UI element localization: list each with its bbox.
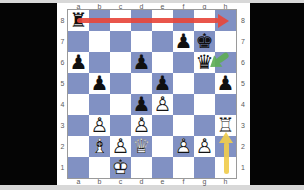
file-label-d: d: [131, 178, 152, 185]
piece-black-pawn-d4[interactable]: ♟: [131, 94, 152, 115]
rank-label-1: 1: [61, 164, 65, 171]
piece-black-pawn-b5[interactable]: ♟: [89, 73, 110, 94]
square-g2[interactable]: ♟♙: [194, 136, 215, 157]
square-d7[interactable]: [131, 31, 152, 52]
square-h1[interactable]: [215, 157, 236, 178]
piece-white-bishop-b2[interactable]: ♝♗: [89, 136, 110, 157]
square-d5[interactable]: [131, 73, 152, 94]
square-e6[interactable]: [152, 52, 173, 73]
file-label-b: b: [89, 178, 110, 185]
square-c5[interactable]: [110, 73, 131, 94]
piece-black-pawn-f7[interactable]: ♟: [173, 31, 194, 52]
piece-outline: ♙: [173, 136, 194, 157]
square-e5[interactable]: ♟: [152, 73, 173, 94]
square-c6[interactable]: [110, 52, 131, 73]
rank-label-6: 6: [61, 59, 65, 66]
file-label-d: d: [131, 3, 152, 10]
piece-white-queen-d2[interactable]: ♛♕: [131, 136, 152, 157]
square-a2[interactable]: [68, 136, 89, 157]
piece-outline: ♗: [89, 136, 110, 157]
square-c2[interactable]: ♟♙: [110, 136, 131, 157]
piece-white-pawn-e4[interactable]: ♟♙: [152, 94, 173, 115]
piece-black-rook-a8[interactable]: ♜: [68, 10, 89, 31]
rank-labels-right: 87654321: [236, 10, 250, 178]
square-b8[interactable]: [89, 10, 110, 31]
square-a8[interactable]: ♜: [68, 10, 89, 31]
square-a6[interactable]: ♟: [68, 52, 89, 73]
piece-outline: ♙: [89, 115, 110, 136]
square-e2[interactable]: [152, 136, 173, 157]
square-g5[interactable]: [194, 73, 215, 94]
square-f6[interactable]: [173, 52, 194, 73]
square-g8[interactable]: [194, 10, 215, 31]
file-label-g: g: [194, 178, 215, 185]
square-d8[interactable]: [131, 10, 152, 31]
board-panel: abcdefgh 87654321 ♜♟♚♟♟♛♟♟♟♟♟♙♟♙♟♙♜♖♝♗♟♙…: [57, 3, 250, 185]
square-c1[interactable]: ♚♔: [110, 157, 131, 178]
square-b7[interactable]: [89, 31, 110, 52]
square-f1[interactable]: [173, 157, 194, 178]
chess-board: ♜♟♚♟♟♛♟♟♟♟♟♙♟♙♟♙♜♖♝♗♟♙♛♕♟♙♟♙♚♔: [68, 10, 236, 178]
rank-label-8: 8: [61, 17, 65, 24]
piece-black-pawn-d6[interactable]: ♟: [131, 52, 152, 73]
rank-label-3: 3: [61, 122, 65, 129]
square-h5[interactable]: ♟: [215, 73, 236, 94]
square-f3[interactable]: [173, 115, 194, 136]
file-label-g: g: [194, 3, 215, 10]
rank-label-4: 4: [61, 101, 65, 108]
square-h7[interactable]: [215, 31, 236, 52]
rank-label-1: 1: [241, 164, 245, 171]
rank-label-2: 2: [61, 143, 65, 150]
file-label-h: h: [215, 178, 236, 185]
piece-white-pawn-g2[interactable]: ♟♙: [194, 136, 215, 157]
rank-label-2: 2: [241, 143, 245, 150]
square-c3[interactable]: [110, 115, 131, 136]
square-h6[interactable]: [215, 52, 236, 73]
square-g6[interactable]: ♛: [194, 52, 215, 73]
square-c7[interactable]: [110, 31, 131, 52]
square-b5[interactable]: ♟: [89, 73, 110, 94]
square-h4[interactable]: [215, 94, 236, 115]
square-d6[interactable]: ♟: [131, 52, 152, 73]
file-label-e: e: [152, 3, 173, 10]
square-a5[interactable]: [68, 73, 89, 94]
square-a7[interactable]: [68, 31, 89, 52]
square-f8[interactable]: [173, 10, 194, 31]
square-d2[interactable]: ♛♕: [131, 136, 152, 157]
file-label-f: f: [173, 3, 194, 10]
square-d1[interactable]: [131, 157, 152, 178]
square-d3[interactable]: ♟♙: [131, 115, 152, 136]
file-label-b: b: [89, 3, 110, 10]
piece-outline: ♙: [110, 136, 131, 157]
square-g7[interactable]: ♚: [194, 31, 215, 52]
square-f2[interactable]: ♟♙: [173, 136, 194, 157]
video-frame: { "game": "chess", "scene": "chess diagr…: [0, 0, 304, 190]
file-label-f: f: [173, 178, 194, 185]
rank-label-6: 6: [241, 59, 245, 66]
piece-black-pawn-a6[interactable]: ♟: [68, 52, 89, 73]
square-f4[interactable]: [173, 94, 194, 115]
square-b6[interactable]: [89, 52, 110, 73]
rank-label-7: 7: [241, 38, 245, 45]
rank-label-5: 5: [61, 80, 65, 87]
square-d4[interactable]: ♟: [131, 94, 152, 115]
square-g1[interactable]: [194, 157, 215, 178]
piece-white-pawn-d3[interactable]: ♟♙: [131, 115, 152, 136]
file-labels-bottom: abcdefgh: [68, 178, 236, 185]
piece-outline: ♙: [194, 136, 215, 157]
file-label-a: a: [68, 178, 89, 185]
square-c4[interactable]: [110, 94, 131, 115]
rank-label-5: 5: [241, 80, 245, 87]
piece-black-pawn-h5[interactable]: ♟: [215, 73, 236, 94]
file-label-e: e: [152, 178, 173, 185]
rank-label-8: 8: [241, 17, 245, 24]
square-e7[interactable]: [152, 31, 173, 52]
square-e3[interactable]: [152, 115, 173, 136]
square-g3[interactable]: [194, 115, 215, 136]
file-label-c: c: [110, 3, 131, 10]
rank-label-3: 3: [241, 122, 245, 129]
rank-label-4: 4: [241, 101, 245, 108]
piece-white-pawn-f2[interactable]: ♟♙: [173, 136, 194, 157]
piece-outline: ♔: [110, 157, 131, 178]
square-e1[interactable]: [152, 157, 173, 178]
piece-outline: ♙: [152, 94, 173, 115]
rank-labels-left: 87654321: [57, 10, 68, 178]
piece-outline: ♖: [215, 115, 236, 136]
piece-outline: ♙: [131, 115, 152, 136]
square-f5[interactable]: [173, 73, 194, 94]
square-e4[interactable]: ♟♙: [152, 94, 173, 115]
file-label-h: h: [215, 3, 236, 10]
piece-black-queen-g6[interactable]: ♛: [194, 52, 215, 73]
rank-label-7: 7: [61, 38, 65, 45]
piece-white-king-c1[interactable]: ♚♔: [110, 157, 131, 178]
square-b2[interactable]: ♝♗: [89, 136, 110, 157]
piece-black-pawn-e5[interactable]: ♟: [152, 73, 173, 94]
square-b1[interactable]: [89, 157, 110, 178]
square-b3[interactable]: ♟♙: [89, 115, 110, 136]
square-a1[interactable]: [68, 157, 89, 178]
square-e8[interactable]: [152, 10, 173, 31]
piece-white-rook-h3[interactable]: ♜♖: [215, 115, 236, 136]
piece-black-king-g7[interactable]: ♚: [194, 31, 215, 52]
square-f7[interactable]: ♟: [173, 31, 194, 52]
square-g4[interactable]: [194, 94, 215, 115]
square-a3[interactable]: [68, 115, 89, 136]
piece-white-pawn-b3[interactable]: ♟♙: [89, 115, 110, 136]
square-h2[interactable]: [215, 136, 236, 157]
square-h8[interactable]: [215, 10, 236, 31]
square-h3[interactable]: ♜♖: [215, 115, 236, 136]
file-labels-top: abcdefgh: [68, 3, 236, 10]
square-a4[interactable]: [68, 94, 89, 115]
square-b4[interactable]: [89, 94, 110, 115]
piece-outline: ♕: [131, 136, 152, 157]
file-label-c: c: [110, 178, 131, 185]
piece-white-pawn-c2[interactable]: ♟♙: [110, 136, 131, 157]
square-c8[interactable]: [110, 10, 131, 31]
